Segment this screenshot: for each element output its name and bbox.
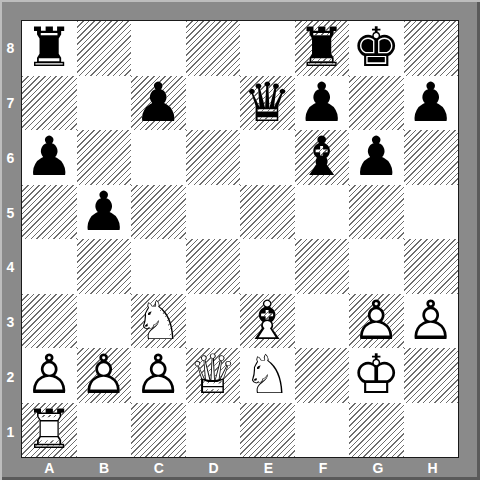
rank-label-5: 5 xyxy=(0,185,21,240)
piece-black-pawn-f7[interactable]: ♟♟ xyxy=(295,76,350,131)
piece-black-pawn-g6[interactable]: ♟♟ xyxy=(349,130,404,185)
piece-white-knight-c3[interactable]: ♞♘ xyxy=(131,294,186,349)
piece-white-pawn-h3[interactable]: ♟♙ xyxy=(404,294,459,349)
piece-white-pawn-c2[interactable]: ♟♙ xyxy=(131,348,186,403)
square-e3[interactable]: ♝♗ xyxy=(240,294,295,349)
piece-glyph: ♘ xyxy=(240,348,295,403)
piece-glyph: ♜ xyxy=(295,21,350,76)
square-a3[interactable] xyxy=(22,294,77,349)
square-f3[interactable] xyxy=(295,294,350,349)
file-label-g: G xyxy=(351,458,406,477)
square-e1[interactable] xyxy=(240,403,295,458)
square-b8[interactable] xyxy=(77,21,132,76)
piece-glyph: ♚ xyxy=(349,21,404,76)
square-d4[interactable] xyxy=(186,239,241,294)
piece-glyph: ♛ xyxy=(240,76,295,131)
square-b7[interactable] xyxy=(77,76,132,131)
square-b3[interactable] xyxy=(77,294,132,349)
square-e4[interactable] xyxy=(240,239,295,294)
square-c5[interactable] xyxy=(131,185,186,240)
square-a6[interactable]: ♟♟ xyxy=(22,130,77,185)
file-label-d: D xyxy=(186,458,241,477)
square-e7[interactable]: ♛♛ xyxy=(240,76,295,131)
square-f4[interactable] xyxy=(295,239,350,294)
piece-glyph: ♗ xyxy=(240,294,295,349)
piece-glyph: ♟ xyxy=(404,76,459,131)
square-a5[interactable] xyxy=(22,185,77,240)
square-g5[interactable] xyxy=(349,185,404,240)
square-g6[interactable]: ♟♟ xyxy=(349,130,404,185)
rank-label-2: 2 xyxy=(0,350,21,405)
square-d6[interactable] xyxy=(186,130,241,185)
file-label-e: E xyxy=(241,458,296,477)
piece-glyph: ♙ xyxy=(22,348,77,403)
piece-white-queen-d2[interactable]: ♛♕ xyxy=(186,348,241,403)
square-c1[interactable] xyxy=(131,403,186,458)
square-d5[interactable] xyxy=(186,185,241,240)
file-label-f: F xyxy=(296,458,351,477)
piece-black-bishop-f6[interactable]: ♝♝ xyxy=(295,130,350,185)
square-f5[interactable] xyxy=(295,185,350,240)
square-c8[interactable] xyxy=(131,21,186,76)
rank-label-7: 7 xyxy=(0,76,21,131)
piece-black-rook-a8[interactable]: ♜♜ xyxy=(22,21,77,76)
square-h8[interactable] xyxy=(404,21,459,76)
piece-glyph: ♖ xyxy=(22,403,77,458)
piece-glyph: ♜ xyxy=(22,21,77,76)
square-h2[interactable] xyxy=(404,348,459,403)
square-d7[interactable] xyxy=(186,76,241,131)
file-label-a: A xyxy=(22,458,77,477)
piece-black-pawn-a6[interactable]: ♟♟ xyxy=(22,130,77,185)
piece-black-queen-e7[interactable]: ♛♛ xyxy=(240,76,295,131)
board-frame: ♜♜♜♜♚♚♟♟♛♛♟♟♟♟♟♟♝♝♟♟♟♟♞♘♝♗♟♙♟♙♟♙♟♙♟♙♛♕♞♘… xyxy=(0,0,480,480)
piece-glyph: ♙ xyxy=(404,294,459,349)
rank-label-1: 1 xyxy=(0,404,21,459)
piece-black-pawn-c7[interactable]: ♟♟ xyxy=(131,76,186,131)
square-c3[interactable]: ♞♘ xyxy=(131,294,186,349)
square-f2[interactable] xyxy=(295,348,350,403)
square-c2[interactable]: ♟♙ xyxy=(131,348,186,403)
piece-white-pawn-a2[interactable]: ♟♙ xyxy=(22,348,77,403)
square-d2[interactable]: ♛♕ xyxy=(186,348,241,403)
piece-glyph: ♝ xyxy=(295,130,350,185)
piece-black-rook-f8[interactable]: ♜♜ xyxy=(295,21,350,76)
rank-label-3: 3 xyxy=(0,295,21,350)
rank-label-8: 8 xyxy=(0,21,21,76)
file-label-c: C xyxy=(132,458,187,477)
file-label-h: H xyxy=(405,458,460,477)
piece-glyph: ♟ xyxy=(349,130,404,185)
square-b1[interactable] xyxy=(77,403,132,458)
piece-glyph: ♟ xyxy=(22,130,77,185)
piece-glyph: ♙ xyxy=(349,294,404,349)
square-f6[interactable]: ♝♝ xyxy=(295,130,350,185)
piece-black-king-g8[interactable]: ♚♚ xyxy=(349,21,404,76)
square-g1[interactable] xyxy=(349,403,404,458)
piece-black-pawn-b5[interactable]: ♟♟ xyxy=(77,185,132,240)
square-e8[interactable] xyxy=(240,21,295,76)
square-d8[interactable] xyxy=(186,21,241,76)
rank-label-4: 4 xyxy=(0,240,21,295)
piece-glyph: ♙ xyxy=(131,348,186,403)
piece-glyph: ♘ xyxy=(131,294,186,349)
piece-glyph: ♙ xyxy=(77,348,132,403)
square-b4[interactable] xyxy=(77,239,132,294)
piece-glyph: ♕ xyxy=(186,348,241,403)
piece-white-pawn-b2[interactable]: ♟♙ xyxy=(77,348,132,403)
square-a8[interactable]: ♜♜ xyxy=(22,21,77,76)
file-label-b: B xyxy=(77,458,132,477)
piece-glyph: ♟ xyxy=(77,185,132,240)
rank-label-6: 6 xyxy=(0,131,21,186)
piece-white-knight-e2[interactable]: ♞♘ xyxy=(240,348,295,403)
square-c7[interactable]: ♟♟ xyxy=(131,76,186,131)
square-g7[interactable] xyxy=(349,76,404,131)
square-h3[interactable]: ♟♙ xyxy=(404,294,459,349)
square-e2[interactable]: ♞♘ xyxy=(240,348,295,403)
square-a7[interactable] xyxy=(22,76,77,131)
square-h6[interactable] xyxy=(404,130,459,185)
square-c6[interactable] xyxy=(131,130,186,185)
chess-board: ♜♜♜♜♚♚♟♟♛♛♟♟♟♟♟♟♝♝♟♟♟♟♞♘♝♗♟♙♟♙♟♙♟♙♟♙♛♕♞♘… xyxy=(21,20,459,458)
square-e5[interactable] xyxy=(240,185,295,240)
piece-black-pawn-h7[interactable]: ♟♟ xyxy=(404,76,459,131)
square-a2[interactable]: ♟♙ xyxy=(22,348,77,403)
piece-white-pawn-g3[interactable]: ♟♙ xyxy=(349,294,404,349)
square-a4[interactable] xyxy=(22,239,77,294)
square-b2[interactable]: ♟♙ xyxy=(77,348,132,403)
piece-white-bishop-e3[interactable]: ♝♗ xyxy=(240,294,295,349)
piece-white-king-g2[interactable]: ♚♔ xyxy=(349,348,404,403)
square-g4[interactable] xyxy=(349,239,404,294)
square-b5[interactable]: ♟♟ xyxy=(77,185,132,240)
square-g2[interactable]: ♚♔ xyxy=(349,348,404,403)
square-d1[interactable] xyxy=(186,403,241,458)
square-h4[interactable] xyxy=(404,239,459,294)
square-e6[interactable] xyxy=(240,130,295,185)
square-c4[interactable] xyxy=(131,239,186,294)
square-b6[interactable] xyxy=(77,130,132,185)
square-g3[interactable]: ♟♙ xyxy=(349,294,404,349)
square-f7[interactable]: ♟♟ xyxy=(295,76,350,131)
square-h7[interactable]: ♟♟ xyxy=(404,76,459,131)
square-g8[interactable]: ♚♚ xyxy=(349,21,404,76)
square-h5[interactable] xyxy=(404,185,459,240)
piece-glyph: ♔ xyxy=(349,348,404,403)
piece-glyph: ♟ xyxy=(295,76,350,131)
square-h1[interactable] xyxy=(404,403,459,458)
square-a1[interactable]: ♜♖ xyxy=(22,403,77,458)
square-f1[interactable] xyxy=(295,403,350,458)
square-d3[interactable] xyxy=(186,294,241,349)
piece-white-rook-a1[interactable]: ♜♖ xyxy=(22,403,77,458)
piece-glyph: ♟ xyxy=(131,76,186,131)
square-f8[interactable]: ♜♜ xyxy=(295,21,350,76)
